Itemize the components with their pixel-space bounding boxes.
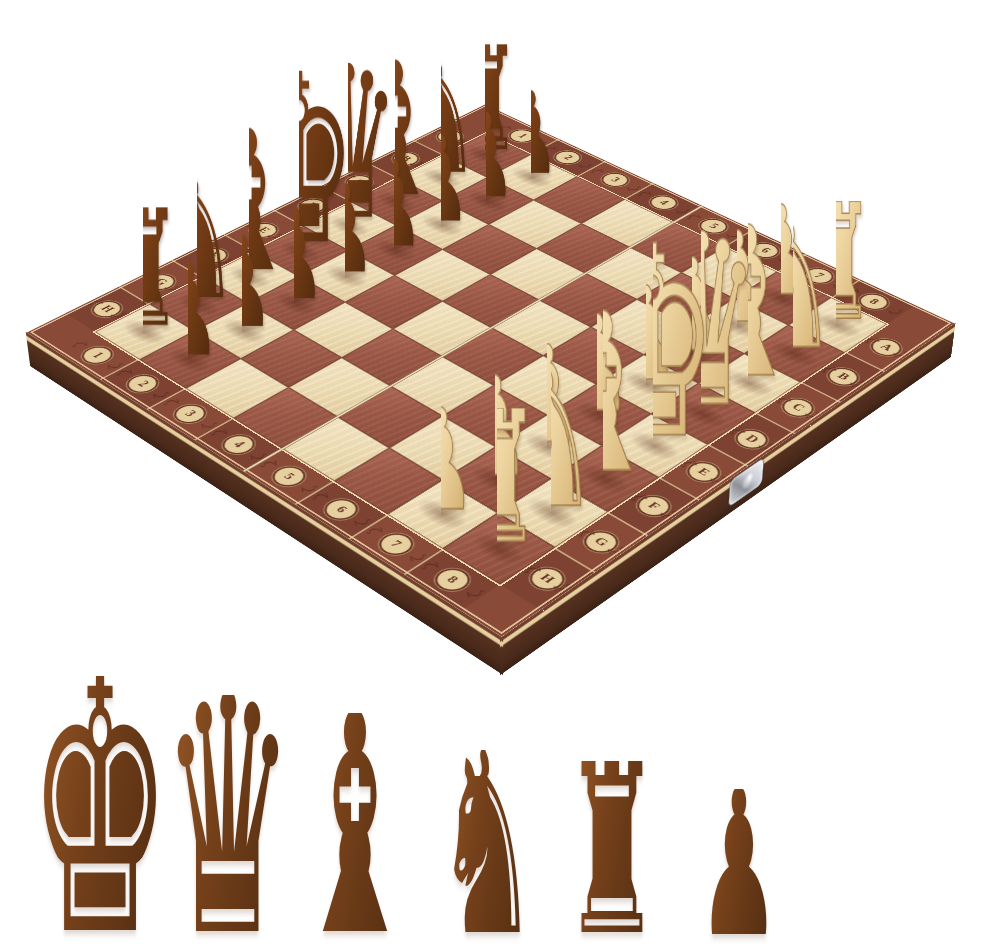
coord-label-5: 5 — [266, 462, 312, 490]
display-rook-piece: ♜ — [564, 761, 661, 939]
square-g4 — [289, 358, 392, 417]
coord-label-E: E — [680, 458, 726, 486]
square-f3 — [294, 302, 393, 357]
coord-label-2: 2 — [121, 371, 165, 396]
coord-label-8: 8 — [428, 564, 477, 596]
coord-label-F: F — [630, 492, 677, 521]
coord-label-1: 1 — [76, 343, 119, 368]
square-h2: ♟ — [140, 331, 241, 389]
chessboard: 1234567812345678ABCDEFGHABCDEFGH♜♟♟♜♞♟♟♞… — [27, 104, 955, 636]
coord-label-3: 3 — [596, 170, 635, 190]
piece-lineup: ♚ ♛ ♝ ♞ ♜ ♟ — [0, 650, 1000, 951]
square-h4 — [233, 387, 338, 449]
display-queen-piece: ♛ — [161, 695, 294, 939]
display-knight-piece: ♞ — [436, 750, 539, 939]
square-e3 — [345, 275, 442, 329]
coord-label-A: A — [865, 335, 908, 359]
square-h3 — [186, 359, 289, 419]
coord-label-C: C — [776, 394, 820, 420]
display-king-piece: ♚ — [28, 676, 171, 939]
coord-label-6: 6 — [318, 495, 365, 524]
board-grid: ♜♟♟♜♞♟♟♞♝♟♟♝♛♟♟♛♚♟♟♚♝♟♟♝♞♟♟♞♜♟♟♜ — [95, 133, 887, 584]
coord-label-3: 3 — [167, 401, 212, 427]
product-photo: 1234567812345678ABCDEFGHABCDEFGH♜♟♟♜♞♟♟♞… — [0, 0, 1000, 951]
square-f4 — [342, 329, 443, 386]
coord-label-H: H — [523, 563, 572, 595]
coord-label-B: B — [821, 364, 865, 389]
display-bishop-piece: ♝ — [293, 713, 416, 939]
metal-clasp — [728, 457, 764, 508]
square-h5 — [283, 417, 389, 481]
chessboard-scene: 1234567812345678ABCDEFGHABCDEFGH♜♟♟♜♞♟♟♞… — [164, 0, 820, 656]
square-d3 — [395, 249, 491, 301]
square-h8: ♜ — [443, 513, 555, 584]
display-pawn-piece: ♟ — [698, 789, 780, 939]
square-b3 — [489, 200, 582, 248]
coord-label-G: G — [577, 527, 625, 557]
square-g3 — [241, 330, 342, 387]
square-c3 — [442, 224, 536, 274]
coord-label-D: D — [729, 426, 774, 453]
coord-label-7: 7 — [372, 529, 420, 559]
coord-label-4: 4 — [216, 431, 262, 458]
